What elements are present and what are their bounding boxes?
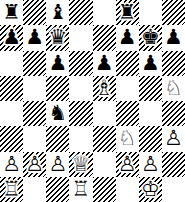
square-g6[interactable]: ♟	[139, 51, 162, 76]
square-a3[interactable]	[0, 126, 23, 151]
black-rook-piece: ♜	[0, 0, 23, 25]
square-f6[interactable]	[116, 51, 139, 76]
white-pawn-piece: ♙	[0, 152, 23, 177]
square-g4[interactable]	[139, 101, 162, 126]
black-pawn-piece: ♟	[162, 25, 185, 50]
square-f3[interactable]: ♞♘	[116, 126, 139, 151]
square-b4[interactable]	[23, 101, 46, 126]
square-f2[interactable]: ♟♙	[116, 152, 139, 177]
chess-diagram: ♜♝♜♟♟♛♟♚♟♟♟♟♝♗♞♘♞♞♘♟♙♟♙♟♙♟♙♛♕♟♙♟♙♜♖♜♖♚♔	[0, 0, 185, 202]
square-g5[interactable]	[139, 76, 162, 101]
white-pawn-piece: ♙	[46, 152, 69, 177]
square-b5[interactable]	[23, 76, 46, 101]
black-king-piece: ♚	[139, 25, 162, 50]
white-pawn-piece: ♙	[162, 126, 185, 151]
square-f4[interactable]	[116, 101, 139, 126]
square-e4[interactable]	[93, 101, 116, 126]
white-king-piece: ♔	[139, 177, 162, 202]
square-h6[interactable]	[162, 51, 185, 76]
square-a6[interactable]	[0, 51, 23, 76]
square-d5[interactable]	[69, 76, 92, 101]
square-h8[interactable]	[162, 0, 185, 25]
square-h4[interactable]	[162, 101, 185, 126]
square-a2[interactable]: ♟♙	[0, 152, 23, 177]
square-a7[interactable]: ♟	[0, 25, 23, 50]
white-knight-piece: ♘	[116, 126, 139, 151]
square-e6[interactable]: ♟	[93, 51, 116, 76]
square-g3[interactable]	[139, 126, 162, 151]
square-b6[interactable]	[23, 51, 46, 76]
square-f5[interactable]	[116, 76, 139, 101]
square-g8[interactable]	[139, 0, 162, 25]
square-a1[interactable]: ♜♖	[0, 177, 23, 202]
square-h7[interactable]: ♟	[162, 25, 185, 50]
black-pawn-piece: ♟	[93, 51, 116, 76]
black-rook-piece: ♜	[116, 0, 139, 25]
square-b8[interactable]	[23, 0, 46, 25]
black-pawn-piece: ♟	[116, 25, 139, 50]
square-e3[interactable]	[93, 126, 116, 151]
square-c1[interactable]	[46, 177, 69, 202]
white-knight-piece: ♘	[162, 76, 185, 101]
square-c4[interactable]: ♞	[46, 101, 69, 126]
square-b1[interactable]	[23, 177, 46, 202]
square-e8[interactable]	[93, 0, 116, 25]
black-knight-piece: ♞	[46, 101, 69, 126]
square-c2[interactable]: ♟♙	[46, 152, 69, 177]
square-e2[interactable]	[93, 152, 116, 177]
square-b7[interactable]: ♟	[23, 25, 46, 50]
square-c8[interactable]: ♝	[46, 0, 69, 25]
white-pawn-piece: ♙	[23, 152, 46, 177]
white-queen-piece: ♕	[69, 152, 92, 177]
white-bishop-piece: ♗	[93, 76, 116, 101]
black-pawn-piece: ♟	[0, 25, 23, 50]
square-f8[interactable]: ♜	[116, 0, 139, 25]
square-d2[interactable]: ♛♕	[69, 152, 92, 177]
square-f1[interactable]	[116, 177, 139, 202]
square-f7[interactable]: ♟	[116, 25, 139, 50]
square-b3[interactable]	[23, 126, 46, 151]
square-h5[interactable]: ♞♘	[162, 76, 185, 101]
square-g2[interactable]: ♟♙	[139, 152, 162, 177]
black-pawn-piece: ♟	[139, 51, 162, 76]
square-a4[interactable]	[0, 101, 23, 126]
square-e7[interactable]	[93, 25, 116, 50]
chess-board: ♜♝♜♟♟♛♟♚♟♟♟♟♝♗♞♘♞♞♘♟♙♟♙♟♙♟♙♛♕♟♙♟♙♜♖♜♖♚♔	[0, 0, 185, 202]
square-c5[interactable]	[46, 76, 69, 101]
white-rook-piece: ♖	[69, 177, 92, 202]
square-c3[interactable]	[46, 126, 69, 151]
square-e1[interactable]	[93, 177, 116, 202]
black-pawn-piece: ♟	[46, 51, 69, 76]
square-g7[interactable]: ♚	[139, 25, 162, 50]
square-d3[interactable]	[69, 126, 92, 151]
square-h1[interactable]	[162, 177, 185, 202]
square-e5[interactable]: ♝♗	[93, 76, 116, 101]
white-rook-piece: ♖	[0, 177, 23, 202]
black-queen-piece: ♛	[46, 25, 69, 50]
white-pawn-piece: ♙	[116, 152, 139, 177]
square-h3[interactable]: ♟♙	[162, 126, 185, 151]
square-d8[interactable]	[69, 0, 92, 25]
square-c6[interactable]: ♟	[46, 51, 69, 76]
square-d1[interactable]: ♜♖	[69, 177, 92, 202]
square-a5[interactable]	[0, 76, 23, 101]
square-h2[interactable]	[162, 152, 185, 177]
square-d4[interactable]	[69, 101, 92, 126]
square-d7[interactable]	[69, 25, 92, 50]
square-b2[interactable]: ♟♙	[23, 152, 46, 177]
black-pawn-piece: ♟	[23, 25, 46, 50]
white-pawn-piece: ♙	[139, 152, 162, 177]
square-d6[interactable]	[69, 51, 92, 76]
square-c7[interactable]: ♛	[46, 25, 69, 50]
square-g1[interactable]: ♚♔	[139, 177, 162, 202]
black-bishop-piece: ♝	[46, 0, 69, 25]
square-a8[interactable]: ♜	[0, 0, 23, 25]
